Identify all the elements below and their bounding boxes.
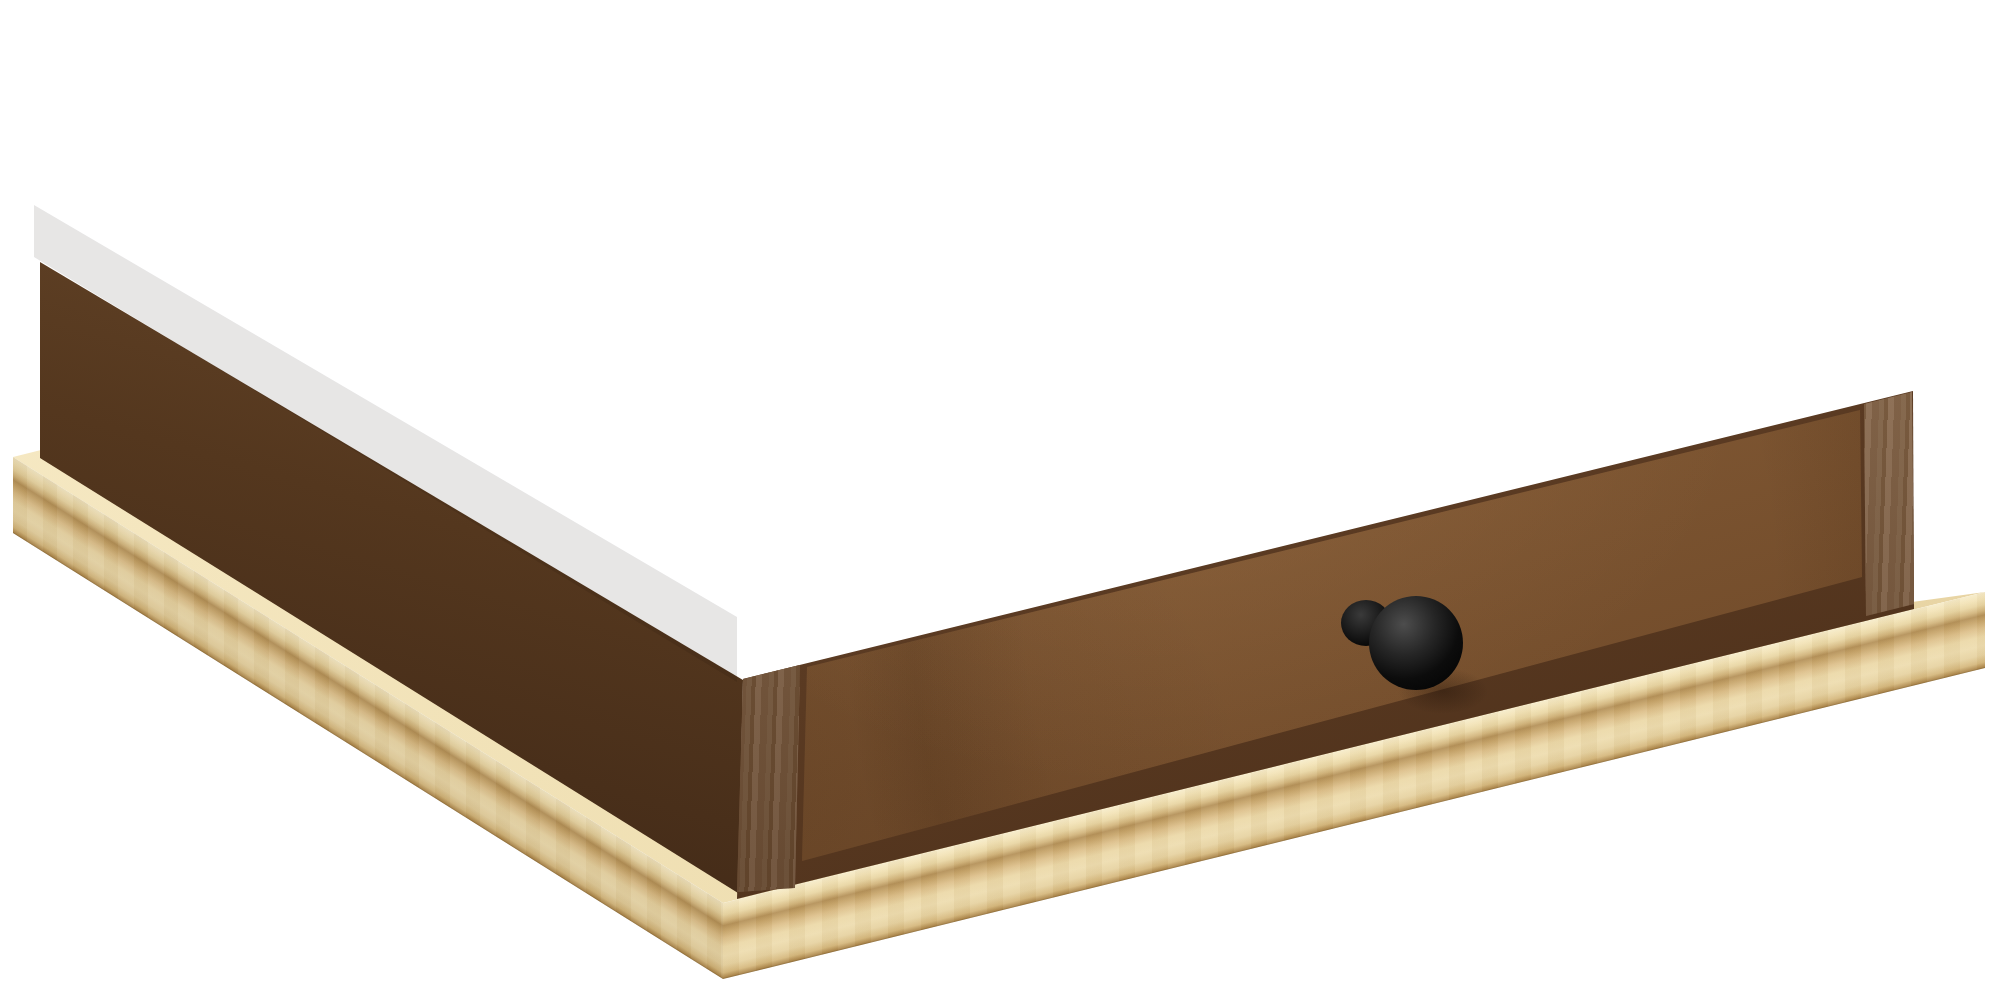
chess-box-photo bbox=[0, 0, 2000, 989]
drawer-knob[interactable] bbox=[1369, 596, 1463, 690]
